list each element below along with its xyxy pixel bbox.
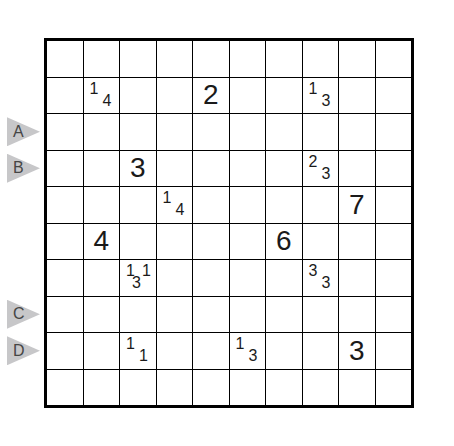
cell-r3c9[interactable] <box>339 114 375 150</box>
clue-number: 1 <box>142 263 151 279</box>
cell-r4c4[interactable] <box>157 151 193 187</box>
cell-r7c10[interactable] <box>376 260 412 296</box>
cell-r10c8[interactable] <box>303 370 339 406</box>
clue-number: 1 <box>126 336 135 352</box>
cell-r3c8[interactable] <box>303 114 339 150</box>
cell-r1c5[interactable] <box>193 41 229 77</box>
cell-r4c7[interactable] <box>266 151 302 187</box>
cell-r1c6[interactable] <box>230 41 266 77</box>
cell-r1c1[interactable] <box>47 41 83 77</box>
cell-r6c2: 4 <box>84 224 120 260</box>
cell-r7c4[interactable] <box>157 260 193 296</box>
cell-r7c8: 33 <box>303 260 339 296</box>
cell-r9c6: 13 <box>230 333 266 369</box>
cell-r8c2[interactable] <box>84 297 120 333</box>
clue-number: 1 <box>309 81 318 97</box>
cell-r3c1[interactable] <box>47 114 83 150</box>
cell-r4c9[interactable] <box>339 151 375 187</box>
cell-r6c10[interactable] <box>376 224 412 260</box>
clue-number: 3 <box>339 333 375 369</box>
cell-r10c10[interactable] <box>376 370 412 406</box>
cell-r4c3: 3 <box>120 151 156 187</box>
cell-r10c1[interactable] <box>47 370 83 406</box>
cell-r8c1[interactable] <box>47 297 83 333</box>
row-marker-label: A <box>13 123 24 141</box>
clue-number: 3 <box>120 151 156 187</box>
clue-number: 3 <box>132 275 141 291</box>
cell-r2c2: 14 <box>84 78 120 114</box>
cell-r7c9[interactable] <box>339 260 375 296</box>
clue-number: 4 <box>103 93 112 109</box>
cell-r7c5[interactable] <box>193 260 229 296</box>
cell-r10c7[interactable] <box>266 370 302 406</box>
cell-r9c9: 3 <box>339 333 375 369</box>
cell-r6c1[interactable] <box>47 224 83 260</box>
clue-number: 3 <box>249 348 258 364</box>
clue-number: 3 <box>322 166 331 182</box>
row-marker-D: D <box>7 336 40 365</box>
cell-r2c1[interactable] <box>47 78 83 114</box>
cell-r4c10[interactable] <box>376 151 412 187</box>
cell-r9c10[interactable] <box>376 333 412 369</box>
cell-r1c8[interactable] <box>303 41 339 77</box>
row-marker-label: C <box>13 305 25 323</box>
clue-number: 3 <box>322 275 331 291</box>
row-marker-B: B <box>7 154 40 183</box>
cell-r2c8: 13 <box>303 78 339 114</box>
cell-r1c3[interactable] <box>120 41 156 77</box>
cell-r9c4[interactable] <box>157 333 193 369</box>
cell-r10c6[interactable] <box>230 370 266 406</box>
clue-number: 1 <box>236 336 245 352</box>
cell-r4c8: 23 <box>303 151 339 187</box>
puzzle-canvas: ABCD 14213323147461133311133 <box>0 0 454 446</box>
cell-r6c4[interactable] <box>157 224 193 260</box>
cell-r3c7[interactable] <box>266 114 302 150</box>
cell-r9c1[interactable] <box>47 333 83 369</box>
cell-r5c5[interactable] <box>193 187 229 223</box>
cell-r8c3[interactable] <box>120 297 156 333</box>
cell-r5c6[interactable] <box>230 187 266 223</box>
cell-r2c4[interactable] <box>157 78 193 114</box>
cell-r6c6[interactable] <box>230 224 266 260</box>
cell-r8c5[interactable] <box>193 297 229 333</box>
row-marker-label: D <box>13 342 25 360</box>
cell-r1c2[interactable] <box>84 41 120 77</box>
row-marker-A: A <box>7 117 40 146</box>
cell-r2c3[interactable] <box>120 78 156 114</box>
clue-number: 1 <box>90 81 99 97</box>
cell-r5c8[interactable] <box>303 187 339 223</box>
cell-r6c9[interactable] <box>339 224 375 260</box>
cell-r9c5[interactable] <box>193 333 229 369</box>
cell-r1c4[interactable] <box>157 41 193 77</box>
cell-r3c5[interactable] <box>193 114 229 150</box>
clue-number: 4 <box>176 202 185 218</box>
cell-r2c5: 2 <box>193 78 229 114</box>
cell-r5c1[interactable] <box>47 187 83 223</box>
cell-r8c8[interactable] <box>303 297 339 333</box>
cell-r10c4[interactable] <box>157 370 193 406</box>
cell-r4c5[interactable] <box>193 151 229 187</box>
cell-r3c10[interactable] <box>376 114 412 150</box>
clue-number: 2 <box>193 78 229 114</box>
cell-r4c6[interactable] <box>230 151 266 187</box>
cell-r6c5[interactable] <box>193 224 229 260</box>
cell-r7c6[interactable] <box>230 260 266 296</box>
cell-r4c1[interactable] <box>47 151 83 187</box>
cell-r5c4: 14 <box>157 187 193 223</box>
cell-r2c10[interactable] <box>376 78 412 114</box>
cell-r3c2[interactable] <box>84 114 120 150</box>
cell-r5c10[interactable] <box>376 187 412 223</box>
cell-r8c6[interactable] <box>230 297 266 333</box>
cell-r4c2[interactable] <box>84 151 120 187</box>
cell-r9c2[interactable] <box>84 333 120 369</box>
clue-number: 4 <box>84 224 120 260</box>
cell-r6c3[interactable] <box>120 224 156 260</box>
cell-r6c7: 6 <box>266 224 302 260</box>
cell-r10c2[interactable] <box>84 370 120 406</box>
cell-r7c2[interactable] <box>84 260 120 296</box>
cell-r8c7[interactable] <box>266 297 302 333</box>
cell-r1c7[interactable] <box>266 41 302 77</box>
clue-number: 1 <box>139 348 148 364</box>
cell-r2c7[interactable] <box>266 78 302 114</box>
cell-r5c3[interactable] <box>120 187 156 223</box>
tapa-board: 14213323147461133311133 <box>44 38 414 408</box>
cell-r5c9: 7 <box>339 187 375 223</box>
cell-r3c6[interactable] <box>230 114 266 150</box>
cell-r9c8[interactable] <box>303 333 339 369</box>
row-marker-C: C <box>7 300 40 329</box>
clue-number: 3 <box>309 263 318 279</box>
cell-r9c7[interactable] <box>266 333 302 369</box>
clue-number: 2 <box>309 154 318 170</box>
cell-r1c10[interactable] <box>376 41 412 77</box>
cell-r10c3[interactable] <box>120 370 156 406</box>
cell-r10c9[interactable] <box>339 370 375 406</box>
cell-r5c7[interactable] <box>266 187 302 223</box>
cell-r7c3: 113 <box>120 260 156 296</box>
cell-r3c3[interactable] <box>120 114 156 150</box>
cell-r7c1[interactable] <box>47 260 83 296</box>
clue-number: 7 <box>339 187 375 223</box>
cell-r8c4[interactable] <box>157 297 193 333</box>
clue-number: 1 <box>163 190 172 206</box>
cell-r2c6[interactable] <box>230 78 266 114</box>
cell-r7c7[interactable] <box>266 260 302 296</box>
cell-r6c8[interactable] <box>303 224 339 260</box>
cell-r10c5[interactable] <box>193 370 229 406</box>
cell-r3c4[interactable] <box>157 114 193 150</box>
cell-r5c2[interactable] <box>84 187 120 223</box>
cell-r8c9[interactable] <box>339 297 375 333</box>
clue-number: 6 <box>266 224 302 260</box>
cell-r1c9[interactable] <box>339 41 375 77</box>
row-marker-label: B <box>13 159 24 177</box>
cell-r9c3: 11 <box>120 333 156 369</box>
clue-number: 3 <box>322 93 331 109</box>
cell-r2c9[interactable] <box>339 78 375 114</box>
cell-r8c10[interactable] <box>376 297 412 333</box>
